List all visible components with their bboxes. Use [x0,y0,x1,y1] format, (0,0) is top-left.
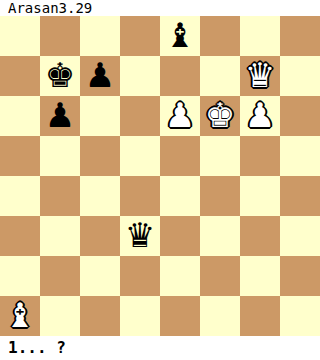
square-f5[interactable] [200,136,240,176]
square-e4[interactable] [160,176,200,216]
square-a8[interactable] [0,16,40,56]
square-g6[interactable]: ♟ [240,96,280,136]
square-h8[interactable] [280,16,320,56]
square-c7[interactable]: ♟ [80,56,120,96]
square-c8[interactable] [80,16,120,56]
black-pawn[interactable]: ♟ [45,98,75,132]
square-d7[interactable] [120,56,160,96]
square-b5[interactable] [40,136,80,176]
square-g1[interactable] [240,296,280,336]
black-queen[interactable]: ♛ [125,218,155,252]
square-b6[interactable]: ♟ [40,96,80,136]
square-a3[interactable] [0,216,40,256]
square-f7[interactable] [200,56,240,96]
square-a7[interactable] [0,56,40,96]
square-h1[interactable] [280,296,320,336]
black-bishop[interactable]: ♝ [165,18,195,52]
square-h2[interactable] [280,256,320,296]
square-e5[interactable] [160,136,200,176]
square-g3[interactable] [240,216,280,256]
square-d8[interactable] [120,16,160,56]
square-b7[interactable]: ♚ [40,56,80,96]
square-a1[interactable]: ♝ [0,296,40,336]
square-b8[interactable] [40,16,80,56]
square-a2[interactable] [0,256,40,296]
black-pawn[interactable]: ♟ [85,58,115,92]
black-king[interactable]: ♚ [45,58,75,92]
square-g4[interactable] [240,176,280,216]
square-h4[interactable] [280,176,320,216]
square-b4[interactable] [40,176,80,216]
status-bar: 1... ? [0,336,320,360]
square-f4[interactable] [200,176,240,216]
square-e8[interactable]: ♝ [160,16,200,56]
white-king[interactable]: ♚ [205,98,235,132]
square-h5[interactable] [280,136,320,176]
square-g8[interactable] [240,16,280,56]
square-e1[interactable] [160,296,200,336]
chess-app-window: Arasan3.29 ♝♚♟♛♟♟♚♟♛♝ 1... ? [0,0,320,360]
square-d3[interactable]: ♛ [120,216,160,256]
square-c4[interactable] [80,176,120,216]
square-f1[interactable] [200,296,240,336]
square-f2[interactable] [200,256,240,296]
chess-board: ♝♚♟♛♟♟♚♟♛♝ [0,16,320,336]
title-bar: Arasan3.29 [0,0,320,16]
white-pawn[interactable]: ♟ [165,98,195,132]
square-a4[interactable] [0,176,40,216]
square-f3[interactable] [200,216,240,256]
square-h7[interactable] [280,56,320,96]
square-b1[interactable] [40,296,80,336]
square-a5[interactable] [0,136,40,176]
square-g7[interactable]: ♛ [240,56,280,96]
square-d5[interactable] [120,136,160,176]
square-d1[interactable] [120,296,160,336]
square-d4[interactable] [120,176,160,216]
square-c1[interactable] [80,296,120,336]
square-e7[interactable] [160,56,200,96]
square-h6[interactable] [280,96,320,136]
square-g5[interactable] [240,136,280,176]
move-prompt-label: 1... ? [8,336,66,360]
square-a6[interactable] [0,96,40,136]
square-c2[interactable] [80,256,120,296]
square-e3[interactable] [160,216,200,256]
white-pawn[interactable]: ♟ [245,98,275,132]
square-c3[interactable] [80,216,120,256]
square-f8[interactable] [200,16,240,56]
square-g2[interactable] [240,256,280,296]
square-h3[interactable] [280,216,320,256]
square-e6[interactable]: ♟ [160,96,200,136]
square-e2[interactable] [160,256,200,296]
square-b3[interactable] [40,216,80,256]
square-d2[interactable] [120,256,160,296]
white-bishop[interactable]: ♝ [5,298,35,332]
square-c6[interactable] [80,96,120,136]
engine-name-label: Arasan3.29 [8,0,92,16]
square-d6[interactable] [120,96,160,136]
white-queen[interactable]: ♛ [245,58,275,92]
square-c5[interactable] [80,136,120,176]
square-f6[interactable]: ♚ [200,96,240,136]
square-b2[interactable] [40,256,80,296]
